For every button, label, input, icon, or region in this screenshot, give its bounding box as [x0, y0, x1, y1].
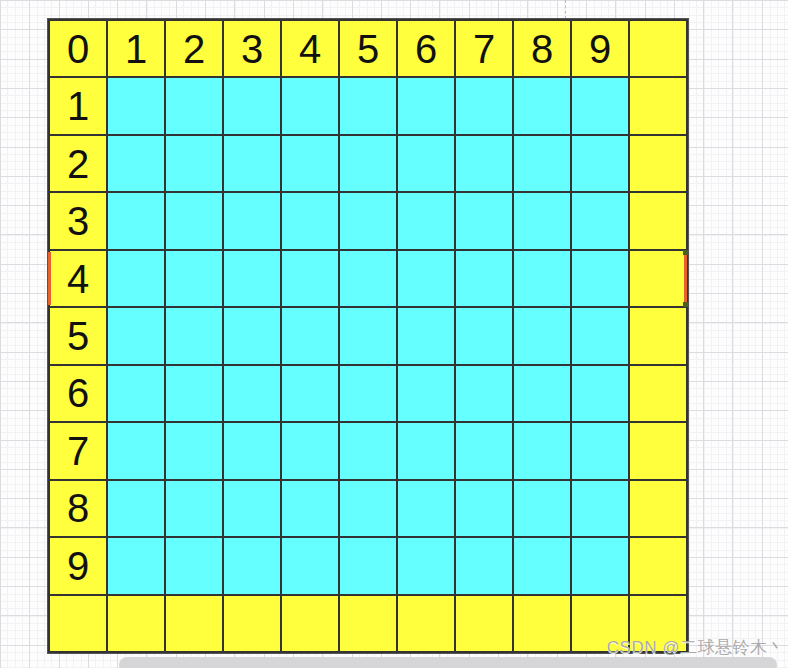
grid-cell[interactable]: [630, 308, 686, 363]
grid-cell-label[interactable]: 3: [224, 21, 280, 76]
selection-handle-bottom[interactable]: [683, 302, 688, 307]
grid-cell[interactable]: [630, 136, 686, 191]
grid-cell[interactable]: [572, 366, 628, 421]
grid-cell-label[interactable]: 4: [282, 21, 338, 76]
grid-cell[interactable]: [630, 78, 686, 133]
grid-cell[interactable]: [514, 481, 570, 536]
grid-cell[interactable]: [514, 538, 570, 593]
grid-cell[interactable]: [340, 596, 396, 651]
grid-cell[interactable]: [340, 136, 396, 191]
grid-cell[interactable]: [166, 251, 222, 306]
grid-cell[interactable]: [398, 308, 454, 363]
grid-cell[interactable]: [108, 193, 164, 248]
grid-cell-label[interactable]: 1: [50, 78, 106, 133]
grid-cell[interactable]: [50, 596, 106, 651]
grid-cell-label[interactable]: 2: [50, 136, 106, 191]
grid-cell-label[interactable]: 6: [398, 21, 454, 76]
grid-cell[interactable]: [282, 251, 338, 306]
grid-cell-label[interactable]: 9: [572, 21, 628, 76]
grid-cell[interactable]: [514, 366, 570, 421]
grid-cell-label[interactable]: 8: [50, 481, 106, 536]
grid-cell[interactable]: [224, 136, 280, 191]
grid-cell-label[interactable]: 0: [50, 21, 106, 76]
grid-cell[interactable]: [166, 78, 222, 133]
grid-cell[interactable]: [514, 308, 570, 363]
grid-cell[interactable]: [456, 308, 512, 363]
grid-cell[interactable]: [166, 481, 222, 536]
grid-cell[interactable]: [108, 423, 164, 478]
grid-cell[interactable]: [340, 366, 396, 421]
grid-cell[interactable]: [398, 538, 454, 593]
grid-cell[interactable]: [456, 78, 512, 133]
grid-cell[interactable]: [166, 423, 222, 478]
grid-cell[interactable]: [108, 251, 164, 306]
grid-cell[interactable]: [572, 423, 628, 478]
grid-cell[interactable]: [282, 78, 338, 133]
grid-cell[interactable]: [224, 308, 280, 363]
grid-cell[interactable]: [282, 193, 338, 248]
grid-cell-label[interactable]: 5: [50, 308, 106, 363]
grid-cell[interactable]: [572, 78, 628, 133]
grid-cell[interactable]: [224, 366, 280, 421]
grid-cell[interactable]: [630, 193, 686, 248]
grid-cell[interactable]: [108, 538, 164, 593]
grid-cell[interactable]: [166, 136, 222, 191]
grid-cell[interactable]: [340, 308, 396, 363]
page-break-guide: [565, 0, 566, 19]
grid-cell[interactable]: [166, 366, 222, 421]
grid-cell[interactable]: [282, 308, 338, 363]
grid-cell[interactable]: [282, 481, 338, 536]
grid-cell-label[interactable]: 6: [50, 366, 106, 421]
grid-cell[interactable]: [340, 481, 396, 536]
grid-cell[interactable]: [514, 251, 570, 306]
grid-cell[interactable]: [282, 596, 338, 651]
grid-cell[interactable]: [398, 78, 454, 133]
grid-cell[interactable]: [514, 596, 570, 651]
grid-cell[interactable]: [166, 596, 222, 651]
grid-cell[interactable]: [514, 193, 570, 248]
grid-cell[interactable]: [456, 481, 512, 536]
grid-cell-label[interactable]: 3: [50, 193, 106, 248]
array-grid: 0123456789123456789: [48, 19, 688, 653]
grid-cell[interactable]: [224, 538, 280, 593]
grid-cell[interactable]: [572, 193, 628, 248]
grid-cell[interactable]: [456, 193, 512, 248]
grid-cell[interactable]: [514, 136, 570, 191]
grid-cell[interactable]: [456, 596, 512, 651]
grid-cell[interactable]: [572, 538, 628, 593]
grid-cell[interactable]: [166, 193, 222, 248]
grid-cell[interactable]: [108, 596, 164, 651]
grid-cell-label[interactable]: 2: [166, 21, 222, 76]
grid-cell[interactable]: [398, 136, 454, 191]
grid-cell[interactable]: [398, 366, 454, 421]
grid-cell[interactable]: [572, 308, 628, 363]
grid-cell[interactable]: [514, 78, 570, 133]
watermark: CSDN @二球悬铃木丶: [607, 636, 785, 659]
grid-cell[interactable]: [398, 423, 454, 478]
grid-cell[interactable]: [108, 308, 164, 363]
grid-cell[interactable]: [340, 251, 396, 306]
selection-handle-top[interactable]: [683, 250, 688, 255]
grid-cell[interactable]: [166, 308, 222, 363]
grid-cell[interactable]: [108, 366, 164, 421]
grid-cell[interactable]: [224, 251, 280, 306]
grid-cell[interactable]: [224, 193, 280, 248]
grid-cell[interactable]: [282, 136, 338, 191]
grid-cell[interactable]: [224, 481, 280, 536]
grid-cell[interactable]: [456, 366, 512, 421]
grid-cell[interactable]: [630, 423, 686, 478]
grid-cell[interactable]: [398, 251, 454, 306]
row4-selection-highlight-right: [684, 252, 687, 305]
grid-cell[interactable]: [456, 538, 512, 593]
grid-cell[interactable]: [514, 423, 570, 478]
grid-cell[interactable]: [572, 136, 628, 191]
row4-selection-highlight-left: [48, 252, 51, 305]
grid-cell[interactable]: [108, 78, 164, 133]
grid-cell[interactable]: [282, 366, 338, 421]
grid-cell-label[interactable]: 9: [50, 538, 106, 593]
grid-cell[interactable]: [630, 481, 686, 536]
grid-cell[interactable]: [108, 136, 164, 191]
grid-cell-label[interactable]: 5: [340, 21, 396, 76]
grid-cell[interactable]: [630, 538, 686, 593]
grid-cell[interactable]: [456, 423, 512, 478]
grid-cell-label[interactable]: 4: [50, 251, 106, 306]
grid-cell-label[interactable]: 1: [108, 21, 164, 76]
grid-cell-label[interactable]: 7: [50, 423, 106, 478]
grid-cell[interactable]: [456, 136, 512, 191]
grid-cell[interactable]: [630, 251, 686, 306]
grid-cell[interactable]: [166, 538, 222, 593]
grid-cell[interactable]: [340, 423, 396, 478]
grid-cell[interactable]: [398, 481, 454, 536]
grid-cell[interactable]: [224, 78, 280, 133]
grid-cell[interactable]: [398, 193, 454, 248]
grid-cell[interactable]: [630, 366, 686, 421]
grid-cell[interactable]: [340, 193, 396, 248]
grid-cell[interactable]: [456, 251, 512, 306]
grid-cell[interactable]: [398, 596, 454, 651]
grid-cell-label[interactable]: 7: [456, 21, 512, 76]
grid-cell[interactable]: [108, 481, 164, 536]
grid-cell[interactable]: [572, 481, 628, 536]
grid-cell[interactable]: [340, 538, 396, 593]
grid-cell[interactable]: [630, 21, 686, 76]
grid-cell[interactable]: [224, 596, 280, 651]
grid-cell[interactable]: [224, 423, 280, 478]
grid-cell-label[interactable]: 8: [514, 21, 570, 76]
grid-cell[interactable]: [282, 538, 338, 593]
grid-cell[interactable]: [340, 78, 396, 133]
grid-cell[interactable]: [282, 423, 338, 478]
grid-cell[interactable]: [572, 251, 628, 306]
